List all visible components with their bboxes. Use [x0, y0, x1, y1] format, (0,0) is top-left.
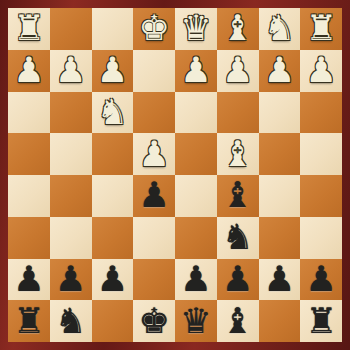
square-e3[interactable]: [133, 92, 175, 134]
square-d8[interactable]: ♛: [175, 300, 217, 342]
square-d7[interactable]: ♟: [175, 259, 217, 301]
square-f5[interactable]: [92, 175, 134, 217]
white-queen[interactable]: ♛: [180, 8, 211, 49]
white-pawn[interactable]: ♟: [305, 50, 336, 91]
black-queen[interactable]: ♛: [180, 301, 211, 342]
square-f2[interactable]: ♟: [92, 50, 134, 92]
square-f1[interactable]: [92, 8, 134, 50]
square-b4[interactable]: [259, 133, 301, 175]
square-c6[interactable]: ♞: [217, 217, 259, 259]
black-pawn[interactable]: ♟: [138, 175, 169, 216]
chess-board: ♜♚♛♝♞♜♟♟♟♟♟♟♟♞♟♝♟♝♞♟♟♟♟♟♟♟♜♞♚♛♝♜: [8, 8, 342, 342]
white-knight[interactable]: ♞: [97, 92, 128, 133]
square-d5[interactable]: [175, 175, 217, 217]
square-d4[interactable]: [175, 133, 217, 175]
white-rook[interactable]: ♜: [305, 8, 336, 49]
board-frame: ♜♚♛♝♞♜♟♟♟♟♟♟♟♞♟♝♟♝♞♟♟♟♟♟♟♟♜♞♚♛♝♜: [0, 0, 350, 350]
white-pawn[interactable]: ♟: [222, 50, 253, 91]
square-a8[interactable]: ♜: [300, 300, 342, 342]
black-knight[interactable]: ♞: [222, 217, 253, 258]
square-h2[interactable]: ♟: [8, 50, 50, 92]
square-a3[interactable]: [300, 92, 342, 134]
square-e8[interactable]: ♚: [133, 300, 175, 342]
black-bishop[interactable]: ♝: [222, 301, 253, 342]
square-d3[interactable]: [175, 92, 217, 134]
square-g2[interactable]: ♟: [50, 50, 92, 92]
square-g8[interactable]: ♞: [50, 300, 92, 342]
square-f3[interactable]: ♞: [92, 92, 134, 134]
square-e1[interactable]: ♚: [133, 8, 175, 50]
square-g1[interactable]: [50, 8, 92, 50]
square-h7[interactable]: ♟: [8, 259, 50, 301]
square-b1[interactable]: ♞: [259, 8, 301, 50]
square-b3[interactable]: [259, 92, 301, 134]
black-pawn[interactable]: ♟: [180, 259, 211, 300]
square-f8[interactable]: [92, 300, 134, 342]
white-bishop[interactable]: ♝: [222, 134, 253, 175]
square-a6[interactable]: [300, 217, 342, 259]
square-a1[interactable]: ♜: [300, 8, 342, 50]
white-knight[interactable]: ♞: [264, 8, 295, 49]
square-h8[interactable]: ♜: [8, 300, 50, 342]
white-bishop[interactable]: ♝: [222, 8, 253, 49]
square-g7[interactable]: ♟: [50, 259, 92, 301]
black-pawn[interactable]: ♟: [305, 259, 336, 300]
black-king[interactable]: ♚: [138, 301, 169, 342]
square-a4[interactable]: [300, 133, 342, 175]
black-pawn[interactable]: ♟: [264, 259, 295, 300]
square-h1[interactable]: ♜: [8, 8, 50, 50]
square-f4[interactable]: [92, 133, 134, 175]
square-g6[interactable]: [50, 217, 92, 259]
square-e7[interactable]: [133, 259, 175, 301]
square-a5[interactable]: [300, 175, 342, 217]
black-rook[interactable]: ♜: [13, 301, 44, 342]
black-rook[interactable]: ♜: [305, 301, 336, 342]
square-b5[interactable]: [259, 175, 301, 217]
square-h5[interactable]: [8, 175, 50, 217]
white-pawn[interactable]: ♟: [97, 50, 128, 91]
black-pawn[interactable]: ♟: [13, 259, 44, 300]
square-h3[interactable]: [8, 92, 50, 134]
square-b2[interactable]: ♟: [259, 50, 301, 92]
square-d2[interactable]: ♟: [175, 50, 217, 92]
square-c4[interactable]: ♝: [217, 133, 259, 175]
square-c7[interactable]: ♟: [217, 259, 259, 301]
square-g4[interactable]: [50, 133, 92, 175]
black-knight[interactable]: ♞: [55, 301, 86, 342]
square-e6[interactable]: [133, 217, 175, 259]
square-g3[interactable]: [50, 92, 92, 134]
square-d6[interactable]: [175, 217, 217, 259]
square-e2[interactable]: [133, 50, 175, 92]
square-c8[interactable]: ♝: [217, 300, 259, 342]
square-a7[interactable]: ♟: [300, 259, 342, 301]
white-pawn[interactable]: ♟: [13, 50, 44, 91]
square-h6[interactable]: [8, 217, 50, 259]
white-rook[interactable]: ♜: [13, 8, 44, 49]
square-e4[interactable]: ♟: [133, 133, 175, 175]
black-pawn[interactable]: ♟: [55, 259, 86, 300]
white-pawn[interactable]: ♟: [138, 134, 169, 175]
square-g5[interactable]: [50, 175, 92, 217]
square-c1[interactable]: ♝: [217, 8, 259, 50]
white-pawn[interactable]: ♟: [264, 50, 295, 91]
square-c2[interactable]: ♟: [217, 50, 259, 92]
square-e5[interactable]: ♟: [133, 175, 175, 217]
white-pawn[interactable]: ♟: [180, 50, 211, 91]
square-b6[interactable]: [259, 217, 301, 259]
white-king[interactable]: ♚: [138, 8, 169, 49]
square-h4[interactable]: [8, 133, 50, 175]
square-b7[interactable]: ♟: [259, 259, 301, 301]
square-b8[interactable]: [259, 300, 301, 342]
square-d1[interactable]: ♛: [175, 8, 217, 50]
white-pawn[interactable]: ♟: [55, 50, 86, 91]
square-f7[interactable]: ♟: [92, 259, 134, 301]
square-c3[interactable]: [217, 92, 259, 134]
square-c5[interactable]: ♝: [217, 175, 259, 217]
black-bishop[interactable]: ♝: [222, 175, 253, 216]
black-pawn[interactable]: ♟: [222, 259, 253, 300]
square-a2[interactable]: ♟: [300, 50, 342, 92]
black-pawn[interactable]: ♟: [97, 259, 128, 300]
square-f6[interactable]: [92, 217, 134, 259]
